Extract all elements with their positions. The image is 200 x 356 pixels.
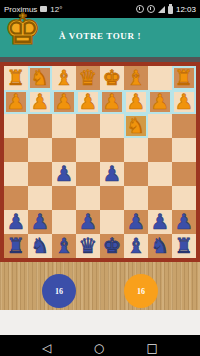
square-f4[interactable] <box>124 162 148 186</box>
square-b4[interactable] <box>28 162 52 186</box>
square-h6[interactable] <box>172 114 196 138</box>
piece-orange-knight[interactable]: ♞ <box>124 114 148 138</box>
square-f1[interactable]: ♝ <box>124 234 148 258</box>
alarm-icon <box>147 5 155 13</box>
square-h4[interactable] <box>172 162 196 186</box>
square-g5[interactable] <box>148 138 172 162</box>
square-e5[interactable] <box>100 138 124 162</box>
vibrate-icon <box>136 5 144 13</box>
piece-blue-pawn[interactable]: ♟ <box>172 210 196 234</box>
back-icon[interactable]: ◁ <box>42 342 51 354</box>
square-b2[interactable]: ♟ <box>28 210 52 234</box>
piece-blue-rook[interactable]: ♜ <box>4 234 28 258</box>
square-d2[interactable]: ♟ <box>76 210 100 234</box>
piece-orange-pawn[interactable]: ♟ <box>76 90 100 114</box>
piece-orange-bishop[interactable]: ♝ <box>124 66 148 90</box>
square-a7[interactable]: ♟ <box>4 90 28 114</box>
piece-orange-pawn[interactable]: ♟ <box>4 90 28 114</box>
square-b8[interactable]: ♞ <box>28 66 52 90</box>
square-e4[interactable]: ♟ <box>100 162 124 186</box>
phone-screen: Proximus 12° 12:03 ♚ À VOTRE TOUR ! ♜♞♝♛… <box>0 0 200 356</box>
square-c5[interactable] <box>52 138 76 162</box>
square-f2[interactable]: ♟ <box>124 210 148 234</box>
piece-orange-pawn[interactable]: ♟ <box>148 90 172 114</box>
square-d5[interactable] <box>76 138 100 162</box>
app-header: ♚ À VOTRE TOUR ! <box>0 18 200 57</box>
square-c7[interactable]: ♟ <box>52 90 76 114</box>
square-a2[interactable]: ♟ <box>4 210 28 234</box>
square-d7[interactable]: ♟ <box>76 90 100 114</box>
square-g2[interactable]: ♟ <box>148 210 172 234</box>
piece-blue-queen[interactable]: ♛ <box>76 234 100 258</box>
square-d8[interactable]: ♛ <box>76 66 100 90</box>
orange-pieces-counter: 16 <box>124 274 158 308</box>
square-h3[interactable] <box>172 186 196 210</box>
temperature-label: 12° <box>50 5 62 14</box>
orange-count: 16 <box>137 287 145 296</box>
piece-blue-knight[interactable]: ♞ <box>28 234 52 258</box>
square-b5[interactable] <box>28 138 52 162</box>
piece-blue-rook[interactable]: ♜ <box>172 234 196 258</box>
blue-count: 16 <box>55 287 63 296</box>
square-d4[interactable] <box>76 162 100 186</box>
square-c6[interactable] <box>52 114 76 138</box>
square-d6[interactable] <box>76 114 100 138</box>
piece-orange-pawn[interactable]: ♟ <box>124 90 148 114</box>
piece-orange-pawn[interactable]: ♟ <box>100 90 124 114</box>
square-e8[interactable]: ♚ <box>100 66 124 90</box>
square-b1[interactable]: ♞ <box>28 234 52 258</box>
chess-board[interactable]: ♜♞♝♛♚♝♜♟♟♟♟♟♟♟♟♞♟♟♟♟♟♟♟♟♜♞♝♛♚♝♞♜ <box>0 62 200 262</box>
square-g1[interactable]: ♞ <box>148 234 172 258</box>
square-h7[interactable]: ♟ <box>172 90 196 114</box>
square-c4[interactable]: ♟ <box>52 162 76 186</box>
square-d3[interactable] <box>76 186 100 210</box>
square-f3[interactable] <box>124 186 148 210</box>
piece-orange-pawn[interactable]: ♟ <box>52 90 76 114</box>
piece-blue-pawn[interactable]: ♟ <box>148 210 172 234</box>
piece-blue-bishop[interactable]: ♝ <box>52 234 76 258</box>
piece-orange-knight[interactable]: ♞ <box>28 66 52 90</box>
piece-orange-rook[interactable]: ♜ <box>172 66 196 90</box>
square-b6[interactable] <box>28 114 52 138</box>
piece-blue-pawn[interactable]: ♟ <box>28 210 52 234</box>
android-nav-bar: ◁ ○ □ <box>0 335 200 356</box>
square-g7[interactable]: ♟ <box>148 90 172 114</box>
crown-icon: ♚ <box>4 9 42 51</box>
piece-blue-pawn[interactable]: ♟ <box>76 210 100 234</box>
square-f7[interactable]: ♟ <box>124 90 148 114</box>
piece-orange-pawn[interactable]: ♟ <box>28 90 52 114</box>
square-c3[interactable] <box>52 186 76 210</box>
square-a6[interactable] <box>4 114 28 138</box>
square-e2[interactable] <box>100 210 124 234</box>
piece-blue-bishop[interactable]: ♝ <box>124 234 148 258</box>
piece-blue-king[interactable]: ♚ <box>100 234 124 258</box>
piece-orange-pawn[interactable]: ♟ <box>172 90 196 114</box>
square-g3[interactable] <box>148 186 172 210</box>
square-g8[interactable] <box>148 66 172 90</box>
square-c8[interactable]: ♝ <box>52 66 76 90</box>
piece-blue-pawn[interactable]: ♟ <box>100 162 124 186</box>
table-background: ♜♞♝♛♚♝♜♟♟♟♟♟♟♟♟♞♟♟♟♟♟♟♟♟♜♞♝♛♚♝♞♜ 16 16 <box>0 62 200 310</box>
piece-blue-knight[interactable]: ♞ <box>148 234 172 258</box>
square-b3[interactable] <box>28 186 52 210</box>
square-a3[interactable] <box>4 186 28 210</box>
square-h1[interactable]: ♜ <box>172 234 196 258</box>
piece-blue-pawn[interactable]: ♟ <box>4 210 28 234</box>
square-c1[interactable]: ♝ <box>52 234 76 258</box>
recents-icon[interactable]: □ <box>146 342 157 354</box>
square-a4[interactable] <box>4 162 28 186</box>
piece-blue-pawn[interactable]: ♟ <box>124 210 148 234</box>
status-right: 12:03 <box>136 5 196 14</box>
square-d1[interactable]: ♛ <box>76 234 100 258</box>
turn-indicator-text: À VOTRE TOUR ! <box>0 31 200 41</box>
clock-text: 12:03 <box>176 5 196 14</box>
piece-orange-queen[interactable]: ♛ <box>76 66 100 90</box>
piece-orange-rook[interactable]: ♜ <box>4 66 28 90</box>
home-icon[interactable]: ○ <box>94 342 104 354</box>
square-g4[interactable] <box>148 162 172 186</box>
square-e1[interactable]: ♚ <box>100 234 124 258</box>
square-f5[interactable] <box>124 138 148 162</box>
square-a5[interactable] <box>4 138 28 162</box>
signal-icon <box>158 6 165 13</box>
square-a8[interactable]: ♜ <box>4 66 28 90</box>
bottom-blank-strip <box>0 310 200 335</box>
square-b7[interactable]: ♟ <box>28 90 52 114</box>
piece-orange-king[interactable]: ♚ <box>100 66 124 90</box>
square-c2[interactable] <box>52 210 76 234</box>
square-e3[interactable] <box>100 186 124 210</box>
square-h2[interactable]: ♟ <box>172 210 196 234</box>
piece-orange-bishop[interactable]: ♝ <box>52 66 76 90</box>
piece-blue-pawn[interactable]: ♟ <box>52 162 76 186</box>
square-f6[interactable]: ♞ <box>124 114 148 138</box>
square-h8[interactable]: ♜ <box>172 66 196 90</box>
square-e6[interactable] <box>100 114 124 138</box>
square-e7[interactable]: ♟ <box>100 90 124 114</box>
square-f8[interactable]: ♝ <box>124 66 148 90</box>
square-h5[interactable] <box>172 138 196 162</box>
battery-icon <box>168 6 173 14</box>
square-a1[interactable]: ♜ <box>4 234 28 258</box>
square-g6[interactable] <box>148 114 172 138</box>
blue-pieces-counter: 16 <box>42 274 76 308</box>
